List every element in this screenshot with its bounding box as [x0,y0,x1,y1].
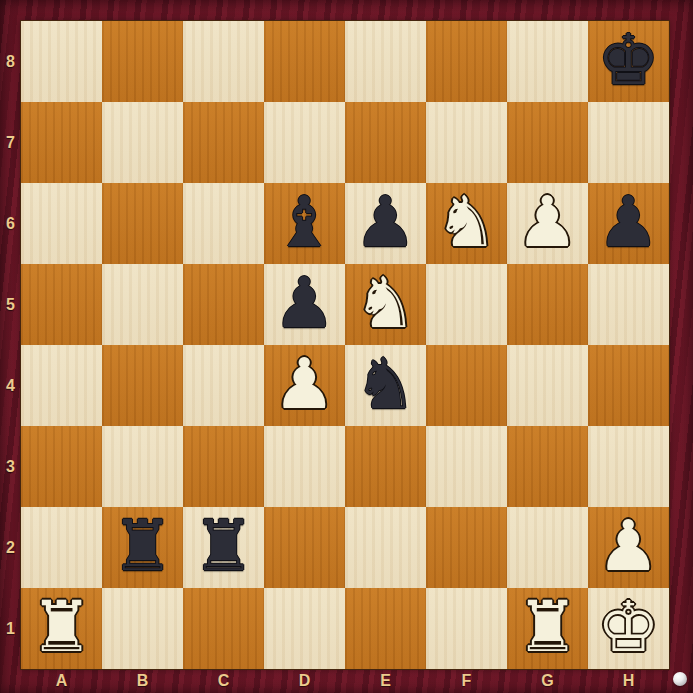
square-e8[interactable] [345,21,426,102]
square-g6[interactable]: ♟ [507,183,588,264]
rank-labels: 87654321 [0,21,21,669]
file-label-h: H [588,669,669,693]
square-a1[interactable]: ♜ [21,588,102,669]
square-e7[interactable] [345,102,426,183]
square-b7[interactable] [102,102,183,183]
square-b6[interactable] [102,183,183,264]
square-c5[interactable] [183,264,264,345]
square-g4[interactable] [507,345,588,426]
file-label-f: F [426,669,507,693]
square-d6[interactable]: ♝ [264,183,345,264]
square-h5[interactable] [588,264,669,345]
square-h7[interactable] [588,102,669,183]
square-a5[interactable] [21,264,102,345]
square-d3[interactable] [264,426,345,507]
square-e1[interactable] [345,588,426,669]
piece-white-king[interactable]: ♚ [597,592,660,662]
square-a4[interactable] [21,345,102,426]
square-f6[interactable]: ♞ [426,183,507,264]
square-h2[interactable]: ♟ [588,507,669,588]
square-d4[interactable]: ♟ [264,345,345,426]
square-g2[interactable] [507,507,588,588]
board-frame: ♚♝♟♞♟♟♟♞♟♞♜♜♟♜♜♚ 87654321 ABCDEFGH [0,0,693,693]
square-f5[interactable] [426,264,507,345]
square-c4[interactable] [183,345,264,426]
piece-black-pawn[interactable]: ♟ [597,187,660,257]
square-h6[interactable]: ♟ [588,183,669,264]
square-b3[interactable] [102,426,183,507]
square-f4[interactable] [426,345,507,426]
square-c7[interactable] [183,102,264,183]
square-h8[interactable]: ♚ [588,21,669,102]
rank-label-5: 5 [0,264,21,345]
file-label-e: E [345,669,426,693]
square-e6[interactable]: ♟ [345,183,426,264]
rank-label-1: 1 [0,588,21,669]
piece-black-rook[interactable]: ♜ [111,511,174,581]
piece-white-pawn[interactable]: ♟ [516,187,579,257]
piece-black-pawn[interactable]: ♟ [354,187,417,257]
chess-board: ♚♝♟♞♟♟♟♞♟♞♜♜♟♜♜♚ [21,21,669,669]
square-d7[interactable] [264,102,345,183]
square-e3[interactable] [345,426,426,507]
piece-black-rook[interactable]: ♜ [192,511,255,581]
square-f3[interactable] [426,426,507,507]
square-b8[interactable] [102,21,183,102]
square-d1[interactable] [264,588,345,669]
square-b5[interactable] [102,264,183,345]
square-a8[interactable] [21,21,102,102]
square-g5[interactable] [507,264,588,345]
square-g8[interactable] [507,21,588,102]
rank-label-2: 2 [0,507,21,588]
piece-black-bishop[interactable]: ♝ [273,187,336,257]
square-h4[interactable] [588,345,669,426]
square-h3[interactable] [588,426,669,507]
square-c1[interactable] [183,588,264,669]
square-c6[interactable] [183,183,264,264]
square-f2[interactable] [426,507,507,588]
rank-label-7: 7 [0,102,21,183]
square-g3[interactable] [507,426,588,507]
square-c3[interactable] [183,426,264,507]
square-g1[interactable]: ♜ [507,588,588,669]
file-label-c: C [183,669,264,693]
piece-white-pawn[interactable]: ♟ [273,349,336,419]
square-b4[interactable] [102,345,183,426]
square-d5[interactable]: ♟ [264,264,345,345]
square-d2[interactable] [264,507,345,588]
square-e5[interactable]: ♞ [345,264,426,345]
rank-label-8: 8 [0,21,21,102]
square-e4[interactable]: ♞ [345,345,426,426]
square-c2[interactable]: ♜ [183,507,264,588]
square-f7[interactable] [426,102,507,183]
square-a7[interactable] [21,102,102,183]
square-a3[interactable] [21,426,102,507]
square-f8[interactable] [426,21,507,102]
file-label-g: G [507,669,588,693]
rank-label-3: 3 [0,426,21,507]
piece-white-knight[interactable]: ♞ [354,268,417,338]
square-a2[interactable] [21,507,102,588]
rank-label-6: 6 [0,183,21,264]
piece-white-pawn[interactable]: ♟ [597,511,660,581]
square-b2[interactable]: ♜ [102,507,183,588]
piece-black-king[interactable]: ♚ [597,25,660,95]
piece-white-rook[interactable]: ♜ [30,592,93,662]
file-labels: ABCDEFGH [21,669,669,693]
piece-black-pawn[interactable]: ♟ [273,268,336,338]
square-c8[interactable] [183,21,264,102]
file-label-d: D [264,669,345,693]
square-h1[interactable]: ♚ [588,588,669,669]
square-b1[interactable] [102,588,183,669]
square-f1[interactable] [426,588,507,669]
square-g7[interactable] [507,102,588,183]
piece-white-knight[interactable]: ♞ [435,187,498,257]
white-to-move-indicator [673,672,687,686]
square-d8[interactable] [264,21,345,102]
square-e2[interactable] [345,507,426,588]
rank-label-4: 4 [0,345,21,426]
file-label-b: B [102,669,183,693]
piece-white-rook[interactable]: ♜ [516,592,579,662]
square-a6[interactable] [21,183,102,264]
piece-black-knight[interactable]: ♞ [354,349,417,419]
file-label-a: A [21,669,102,693]
